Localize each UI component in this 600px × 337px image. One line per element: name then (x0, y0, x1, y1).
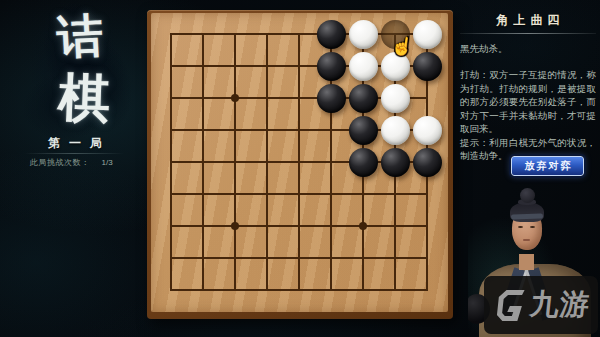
black-stone[interactable] (317, 84, 346, 113)
rule-description: 打劫：双方一子互提的情况，称为打劫。打劫的规则，是被提取的那方必须要先在别处落子… (460, 68, 596, 136)
jiuyou-watermark: 九游 (484, 276, 598, 334)
white-stone[interactable] (349, 52, 378, 81)
white-stone[interactable] (349, 20, 378, 49)
black-stone[interactable] (349, 84, 378, 113)
attempts-value: 1/3 (102, 158, 113, 167)
portrait-eye (518, 226, 523, 228)
white-stone[interactable] (413, 20, 442, 49)
round-label: 第一局 (15, 135, 135, 152)
jiuyou-g-logo-icon (492, 286, 526, 324)
star-point (231, 222, 239, 230)
white-stone[interactable] (413, 116, 442, 145)
black-stone[interactable] (381, 148, 410, 177)
game-title-char-1: 诘 (55, 5, 104, 69)
round-divider (24, 153, 124, 154)
game-screen: 诘 棋 第一局 此局挑战次数： 1/3 ☝ 角上曲四 黑先劫杀。 打劫：双方一子… (0, 0, 600, 337)
portrait-hair-bun (520, 188, 535, 203)
black-stone[interactable] (317, 20, 346, 49)
puzzle-task: 黑先劫杀。 (460, 42, 596, 55)
white-stone[interactable] (381, 116, 410, 145)
go-board[interactable]: ☝ (147, 10, 453, 319)
left-panel: 诘 棋 第一局 此局挑战次数： 1/3 (0, 0, 145, 337)
portrait-mouth (523, 239, 530, 241)
black-stone[interactable] (349, 148, 378, 177)
board-wood-surface[interactable]: ☝ (151, 13, 448, 312)
portrait-neck (519, 254, 534, 270)
board-grid[interactable]: ☝ (170, 33, 428, 291)
attempts-label: 此局挑战次数： (30, 157, 90, 168)
star-point (359, 222, 367, 230)
star-point (231, 94, 239, 102)
watermark-text: 九游 (528, 285, 592, 325)
title-divider (460, 33, 596, 34)
black-stone[interactable] (413, 52, 442, 81)
white-stone[interactable] (381, 84, 410, 113)
attempts-row: 此局挑战次数： 1/3 (30, 157, 130, 167)
black-stone[interactable] (349, 116, 378, 145)
puzzle-info-panel: 角上曲四 黑先劫杀。 打劫：双方一子互提的情况，称为打劫。打劫的规则，是被提取的… (460, 12, 596, 163)
black-stone[interactable] (413, 148, 442, 177)
game-title-char-2: 棋 (57, 63, 111, 135)
portrait-eye (530, 226, 535, 228)
puzzle-title: 角上曲四 (460, 12, 596, 29)
give-up-button[interactable]: 放弃对弈 (511, 156, 584, 176)
hand-cursor-icon: ☝ (390, 34, 415, 59)
black-stone[interactable] (317, 52, 346, 81)
